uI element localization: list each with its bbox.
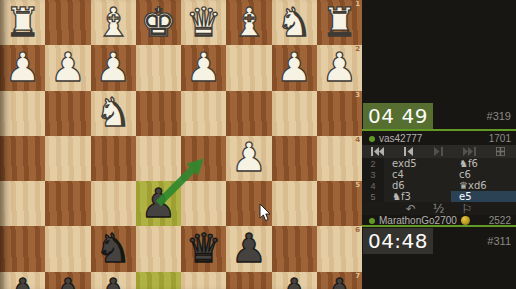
square-d5[interactable] xyxy=(181,181,226,226)
square-c3[interactable] xyxy=(226,91,271,136)
square-c1[interactable]: ♝ xyxy=(226,0,271,45)
top-player-accent-line xyxy=(362,129,516,131)
square-f4[interactable] xyxy=(91,136,136,181)
square-a2[interactable]: ♟2 xyxy=(317,45,362,90)
white-move-3[interactable]: c4 xyxy=(384,169,451,180)
white-pawn-icon: ♟ xyxy=(5,47,41,87)
top-player-rating: 1701 xyxy=(489,133,511,144)
smiley-emoji-icon xyxy=(461,216,470,225)
square-b4[interactable] xyxy=(272,136,317,181)
rank-coordinate-label: 7 xyxy=(355,273,360,280)
square-h3[interactable] xyxy=(0,91,45,136)
square-g4[interactable] xyxy=(45,136,90,181)
square-g1[interactable] xyxy=(45,0,90,45)
black-pawn-icon: ♟ xyxy=(276,273,312,289)
white-move-2[interactable]: exd5 xyxy=(384,158,451,169)
white-rook-icon: ♜ xyxy=(5,2,41,42)
bottom-clock-row: 04:48 #311 xyxy=(362,228,516,254)
white-pawn-icon: ♟ xyxy=(95,47,131,87)
square-f7[interactable]: ♟ xyxy=(91,272,136,289)
square-h4[interactable] xyxy=(0,136,45,181)
square-c5[interactable] xyxy=(226,181,271,226)
square-a3[interactable]: 3 xyxy=(317,91,362,136)
square-a6[interactable]: 6 xyxy=(317,226,362,271)
white-king-icon: ♚ xyxy=(140,2,176,42)
white-pawn-icon: ♟ xyxy=(231,137,267,177)
square-e3[interactable] xyxy=(136,91,181,136)
white-queen-icon: ♛ xyxy=(186,2,222,42)
nav-previous-button[interactable] xyxy=(393,145,424,158)
square-h1[interactable]: ♜ xyxy=(0,0,45,45)
square-h7[interactable]: ♟ xyxy=(0,272,45,289)
bottom-player-accent-line xyxy=(362,225,516,227)
square-a7[interactable]: ♟7 xyxy=(317,272,362,289)
bottom-clock: 04:48 xyxy=(363,228,433,254)
square-d7[interactable] xyxy=(181,272,226,289)
move-row-4: 4d6♛xd6 xyxy=(362,180,516,191)
black-move-5[interactable]: e5 xyxy=(451,191,516,202)
bottom-clock-time: 04:48 xyxy=(368,229,428,253)
square-g2[interactable]: ♟ xyxy=(45,45,90,90)
square-b3[interactable] xyxy=(272,91,317,136)
move-number: 5 xyxy=(362,191,384,202)
white-rook-icon: ♜ xyxy=(321,2,357,42)
takeback-icon[interactable]: ↶ xyxy=(406,203,416,215)
white-knight-icon: ♞ xyxy=(276,2,312,42)
square-a5[interactable]: 5 xyxy=(317,181,362,226)
square-d3[interactable] xyxy=(181,91,226,136)
square-e2[interactable] xyxy=(136,45,181,90)
resign-flag-icon[interactable]: ⚐ xyxy=(461,203,472,215)
chess-board-grid: ♜♝♚♛♝♞♜1♟♟♟♟♟♟2♞3♟4♟5♞♛♟6♟♟♟♟♟7♜♝♚♝♞♜8 xyxy=(0,0,362,289)
move-row-2: 2exd5♞f6 xyxy=(362,158,516,169)
white-knight-icon: ♞ xyxy=(95,92,131,132)
top-player-name[interactable]: vas42777 xyxy=(379,133,422,144)
black-pawn-icon: ♟ xyxy=(231,228,267,268)
black-pawn-icon: ♟ xyxy=(50,273,86,289)
black-queen-icon: ♛ xyxy=(186,228,222,268)
top-clock-time: 04 49 xyxy=(368,104,428,128)
rank-coordinate-label: 2 xyxy=(355,46,360,53)
white-move-5[interactable]: ♞f3 xyxy=(384,191,451,202)
top-player-row[interactable]: vas42777 1701 xyxy=(362,132,516,145)
top-game-number-badge: #319 xyxy=(487,110,511,122)
square-e1[interactable]: ♚ xyxy=(136,0,181,45)
square-f5[interactable] xyxy=(91,181,136,226)
move-row-5: 5♞f3e5 xyxy=(362,191,516,202)
white-pawn-icon: ♟ xyxy=(186,47,222,87)
square-a4[interactable]: 4 xyxy=(317,136,362,181)
chess-board: ♜♝♚♛♝♞♜1♟♟♟♟♟♟2♞3♟4♟5♞♛♟6♟♟♟♟♟7♜♝♚♝♞♜8 xyxy=(0,0,362,289)
white-pawn-icon: ♟ xyxy=(276,47,312,87)
square-f1[interactable]: ♝ xyxy=(91,0,136,45)
square-c4[interactable]: ♟ xyxy=(226,136,271,181)
square-h2[interactable]: ♟ xyxy=(0,45,45,90)
rank-coordinate-label: 5 xyxy=(355,182,360,189)
square-e5[interactable]: ♟ xyxy=(136,181,181,226)
top-clock: 04 49 xyxy=(363,103,433,129)
white-bishop-icon: ♝ xyxy=(231,2,267,42)
move-number: 3 xyxy=(362,169,384,180)
app-window: ♜♝♚♛♝♞♜1♟♟♟♟♟♟2♞3♟4♟5♞♛♟6♟♟♟♟♟7♜♝♚♝♞♜8 0… xyxy=(0,0,516,289)
square-g5[interactable] xyxy=(45,181,90,226)
square-d1[interactable]: ♛ xyxy=(181,0,226,45)
square-h5[interactable] xyxy=(0,181,45,226)
rank-coordinate-label: 1 xyxy=(355,1,360,8)
black-knight-icon: ♞ xyxy=(95,228,131,268)
square-c6[interactable]: ♟ xyxy=(226,226,271,271)
white-pawn-icon: ♟ xyxy=(50,47,86,87)
square-c2[interactable] xyxy=(226,45,271,90)
bottom-game-number-badge: #311 xyxy=(487,235,511,247)
nav-last-button[interactable] xyxy=(454,145,485,158)
square-e6[interactable] xyxy=(136,226,181,271)
square-c7[interactable] xyxy=(226,272,271,289)
square-b2[interactable]: ♟ xyxy=(272,45,317,90)
white-pawn-icon: ♟ xyxy=(321,47,357,87)
move-list: 2exd5♞f63c4c64d6♛xd65♞f3e5 xyxy=(362,158,516,202)
nav-first-button[interactable] xyxy=(362,145,393,158)
square-b7[interactable]: ♟ xyxy=(272,272,317,289)
rank-coordinate-label: 4 xyxy=(355,137,360,144)
square-f3[interactable]: ♞ xyxy=(91,91,136,136)
white-move-4[interactable]: d6 xyxy=(384,180,451,191)
black-move-3[interactable]: c6 xyxy=(451,169,516,180)
square-f2[interactable]: ♟ xyxy=(91,45,136,90)
online-status-icon xyxy=(369,136,375,142)
square-g7[interactable]: ♟ xyxy=(45,272,90,289)
square-b5[interactable] xyxy=(272,181,317,226)
move-nav-bar xyxy=(362,145,516,158)
offer-draw-button[interactable]: ½ xyxy=(433,203,445,215)
square-d6[interactable]: ♛ xyxy=(181,226,226,271)
black-move-4[interactable]: ♛xd6 xyxy=(451,180,516,191)
square-g3[interactable] xyxy=(45,91,90,136)
black-pawn-icon: ♟ xyxy=(140,183,176,223)
nav-analysis-board-button[interactable] xyxy=(485,145,516,158)
black-pawn-icon: ♟ xyxy=(5,273,41,289)
square-f6[interactable]: ♞ xyxy=(91,226,136,271)
square-d2[interactable]: ♟ xyxy=(181,45,226,90)
move-number: 4 xyxy=(362,180,384,191)
white-bishop-icon: ♝ xyxy=(95,2,131,42)
square-h6[interactable] xyxy=(0,226,45,271)
square-a1[interactable]: ♜1 xyxy=(317,0,362,45)
square-e7[interactable] xyxy=(136,272,181,289)
square-b6[interactable] xyxy=(272,226,317,271)
online-status-icon xyxy=(369,218,375,224)
move-number: 2 xyxy=(362,158,384,169)
nav-next-button[interactable] xyxy=(424,145,455,158)
square-b1[interactable]: ♞ xyxy=(272,0,317,45)
square-d4[interactable] xyxy=(181,136,226,181)
rank-coordinate-label: 3 xyxy=(355,92,360,99)
square-e4[interactable] xyxy=(136,136,181,181)
black-pawn-icon: ♟ xyxy=(95,273,131,289)
top-clock-row: 04 49 #319 xyxy=(362,103,516,129)
square-g6[interactable] xyxy=(45,226,90,271)
rank-coordinate-label: 6 xyxy=(355,227,360,234)
black-pawn-icon: ♟ xyxy=(321,273,357,289)
move-row-3: 3c4c6 xyxy=(362,169,516,180)
game-sidebar: 04 49 #319 vas42777 1701 xyxy=(362,0,516,289)
black-move-2[interactable]: ♞f6 xyxy=(451,158,516,169)
